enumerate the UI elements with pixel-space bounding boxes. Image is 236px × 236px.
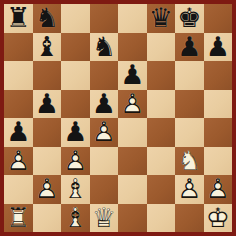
piece-white-pawn-outline: ♙	[90, 118, 119, 147]
square-c5[interactable]	[61, 90, 90, 119]
square-c4[interactable]: ♟	[61, 118, 90, 147]
square-g4[interactable]	[175, 118, 204, 147]
piece-white-knight: ♞♘	[175, 147, 204, 176]
piece-black-pawn: ♟	[33, 90, 62, 119]
square-h7[interactable]: ♟	[204, 33, 233, 62]
square-c8[interactable]	[61, 4, 90, 33]
square-a4[interactable]: ♟	[4, 118, 33, 147]
piece-black-pawn: ♟	[175, 33, 204, 62]
square-b7[interactable]: ♝	[33, 33, 62, 62]
square-a6[interactable]	[4, 61, 33, 90]
square-h1[interactable]: ♚♔	[204, 204, 233, 233]
square-b6[interactable]	[33, 61, 62, 90]
piece-white-pawn-outline: ♙	[61, 147, 90, 176]
square-c3[interactable]: ♟♙	[61, 147, 90, 176]
piece-white-queen-outline: ♕	[90, 204, 119, 233]
square-g7[interactable]: ♟	[175, 33, 204, 62]
square-b8[interactable]: ♞	[33, 4, 62, 33]
square-h6[interactable]	[204, 61, 233, 90]
piece-white-pawn-outline: ♙	[175, 175, 204, 204]
piece-black-pawn: ♟	[4, 118, 33, 147]
piece-white-pawn: ♟♙	[204, 175, 233, 204]
square-f8[interactable]: ♛	[147, 4, 176, 33]
square-g5[interactable]	[175, 90, 204, 119]
square-e2[interactable]	[118, 175, 147, 204]
square-c7[interactable]	[61, 33, 90, 62]
square-c6[interactable]	[61, 61, 90, 90]
square-a8[interactable]: ♜	[4, 4, 33, 33]
square-d1[interactable]: ♛♕	[90, 204, 119, 233]
square-h2[interactable]: ♟♙	[204, 175, 233, 204]
board-frame: ♜♞♛♚♝♞♟♟♟♟♟♟♙♟♟♟♙♟♙♟♙♞♘♟♙♝♗♟♙♟♙♜♖♝♗♛♕♚♔	[0, 0, 236, 236]
piece-black-knight: ♞	[90, 33, 119, 62]
square-f4[interactable]	[147, 118, 176, 147]
piece-white-pawn: ♟♙	[61, 147, 90, 176]
square-g8[interactable]: ♚	[175, 4, 204, 33]
square-d7[interactable]: ♞	[90, 33, 119, 62]
square-b1[interactable]	[33, 204, 62, 233]
square-e7[interactable]	[118, 33, 147, 62]
square-a5[interactable]	[4, 90, 33, 119]
piece-white-pawn-outline: ♙	[204, 175, 233, 204]
piece-black-pawn: ♟	[90, 90, 119, 119]
piece-white-rook: ♜♖	[4, 204, 33, 233]
chess-board: ♜♞♛♚♝♞♟♟♟♟♟♟♙♟♟♟♙♟♙♟♙♞♘♟♙♝♗♟♙♟♙♜♖♝♗♛♕♚♔	[4, 4, 232, 232]
piece-white-bishop: ♝♗	[61, 175, 90, 204]
square-f3[interactable]	[147, 147, 176, 176]
square-b3[interactable]	[33, 147, 62, 176]
square-e4[interactable]	[118, 118, 147, 147]
piece-white-pawn: ♟♙	[4, 147, 33, 176]
piece-black-bishop: ♝	[33, 33, 62, 62]
square-e8[interactable]	[118, 4, 147, 33]
square-g3[interactable]: ♞♘	[175, 147, 204, 176]
square-d4[interactable]: ♟♙	[90, 118, 119, 147]
piece-black-knight: ♞	[33, 4, 62, 33]
piece-white-pawn-outline: ♙	[4, 147, 33, 176]
square-e6[interactable]: ♟	[118, 61, 147, 90]
piece-white-rook-outline: ♖	[4, 204, 33, 233]
square-e1[interactable]	[118, 204, 147, 233]
square-b2[interactable]: ♟♙	[33, 175, 62, 204]
square-b4[interactable]	[33, 118, 62, 147]
piece-black-pawn: ♟	[118, 61, 147, 90]
square-e3[interactable]	[118, 147, 147, 176]
square-c2[interactable]: ♝♗	[61, 175, 90, 204]
square-h3[interactable]	[204, 147, 233, 176]
piece-white-bishop-outline: ♗	[61, 175, 90, 204]
piece-white-knight-outline: ♘	[175, 147, 204, 176]
square-g2[interactable]: ♟♙	[175, 175, 204, 204]
piece-white-queen: ♛♕	[90, 204, 119, 233]
square-e5[interactable]: ♟♙	[118, 90, 147, 119]
piece-white-pawn-outline: ♙	[33, 175, 62, 204]
square-f5[interactable]	[147, 90, 176, 119]
square-h8[interactable]	[204, 4, 233, 33]
piece-white-pawn: ♟♙	[90, 118, 119, 147]
square-d5[interactable]: ♟	[90, 90, 119, 119]
square-f7[interactable]	[147, 33, 176, 62]
square-a1[interactable]: ♜♖	[4, 204, 33, 233]
square-d2[interactable]	[90, 175, 119, 204]
piece-black-pawn: ♟	[61, 118, 90, 147]
square-g1[interactable]	[175, 204, 204, 233]
piece-white-bishop-outline: ♗	[61, 204, 90, 233]
square-d3[interactable]	[90, 147, 119, 176]
piece-white-pawn: ♟♙	[118, 90, 147, 119]
piece-white-pawn-outline: ♙	[118, 90, 147, 119]
square-f6[interactable]	[147, 61, 176, 90]
square-f1[interactable]	[147, 204, 176, 233]
square-h5[interactable]	[204, 90, 233, 119]
square-c1[interactable]: ♝♗	[61, 204, 90, 233]
square-g6[interactable]	[175, 61, 204, 90]
piece-white-king: ♚♔	[204, 204, 233, 233]
square-a2[interactable]	[4, 175, 33, 204]
square-h4[interactable]	[204, 118, 233, 147]
square-a7[interactable]	[4, 33, 33, 62]
square-d6[interactable]	[90, 61, 119, 90]
piece-white-bishop: ♝♗	[61, 204, 90, 233]
square-f2[interactable]	[147, 175, 176, 204]
square-d8[interactable]	[90, 4, 119, 33]
piece-white-pawn: ♟♙	[175, 175, 204, 204]
piece-white-pawn: ♟♙	[33, 175, 62, 204]
square-a3[interactable]: ♟♙	[4, 147, 33, 176]
piece-black-queen: ♛	[147, 4, 176, 33]
piece-white-king-outline: ♔	[204, 204, 233, 233]
piece-black-king: ♚	[175, 4, 204, 33]
piece-black-pawn: ♟	[204, 33, 233, 62]
square-b5[interactable]: ♟	[33, 90, 62, 119]
piece-black-rook: ♜	[4, 4, 33, 33]
